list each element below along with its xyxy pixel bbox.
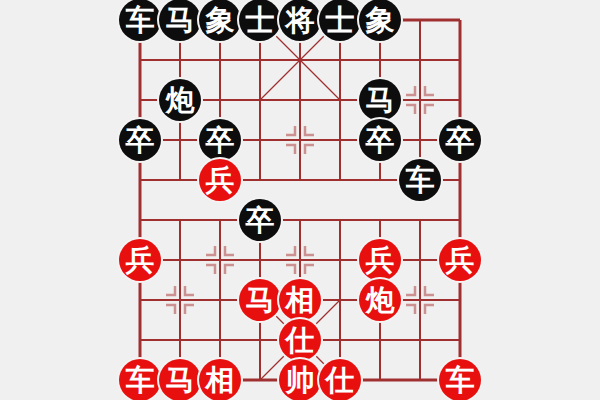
piece-red-elephant[interactable]: 相 <box>199 359 241 400</box>
piece-black-elephant[interactable]: 象 <box>199 0 241 41</box>
piece-black-chariot[interactable]: 车 <box>119 0 161 41</box>
piece-red-advisor[interactable]: 仕 <box>319 359 361 400</box>
piece-black-soldier[interactable]: 卒 <box>199 119 241 161</box>
piece-black-soldier[interactable]: 卒 <box>239 199 281 241</box>
piece-red-cannon[interactable]: 炮 <box>359 279 401 321</box>
xiangqi-board: 车马象士将士象炮马卒卒卒卒车卒兵兵兵兵马相炮仕车马相帅仕车 <box>0 0 600 400</box>
piece-black-soldier[interactable]: 卒 <box>359 119 401 161</box>
piece-black-chariot[interactable]: 车 <box>399 159 441 201</box>
piece-red-soldier[interactable]: 兵 <box>359 239 401 281</box>
piece-red-soldier[interactable]: 兵 <box>199 159 241 201</box>
piece-black-advisor[interactable]: 士 <box>239 0 281 41</box>
piece-red-general[interactable]: 帅 <box>279 359 321 400</box>
piece-black-elephant[interactable]: 象 <box>359 0 401 41</box>
piece-black-soldier[interactable]: 卒 <box>119 119 161 161</box>
piece-red-advisor[interactable]: 仕 <box>279 319 321 361</box>
piece-black-horse[interactable]: 马 <box>159 0 201 41</box>
piece-black-horse[interactable]: 马 <box>359 79 401 121</box>
piece-red-horse[interactable]: 马 <box>239 279 281 321</box>
piece-red-horse[interactable]: 马 <box>159 359 201 400</box>
piece-red-soldier[interactable]: 兵 <box>439 239 481 281</box>
piece-black-advisor[interactable]: 士 <box>319 0 361 41</box>
piece-red-soldier[interactable]: 兵 <box>119 239 161 281</box>
piece-black-soldier[interactable]: 卒 <box>439 119 481 161</box>
piece-black-cannon[interactable]: 炮 <box>159 79 201 121</box>
piece-red-chariot[interactable]: 车 <box>119 359 161 400</box>
piece-red-chariot[interactable]: 车 <box>439 359 481 400</box>
piece-black-general[interactable]: 将 <box>279 0 321 41</box>
piece-red-elephant[interactable]: 相 <box>279 279 321 321</box>
